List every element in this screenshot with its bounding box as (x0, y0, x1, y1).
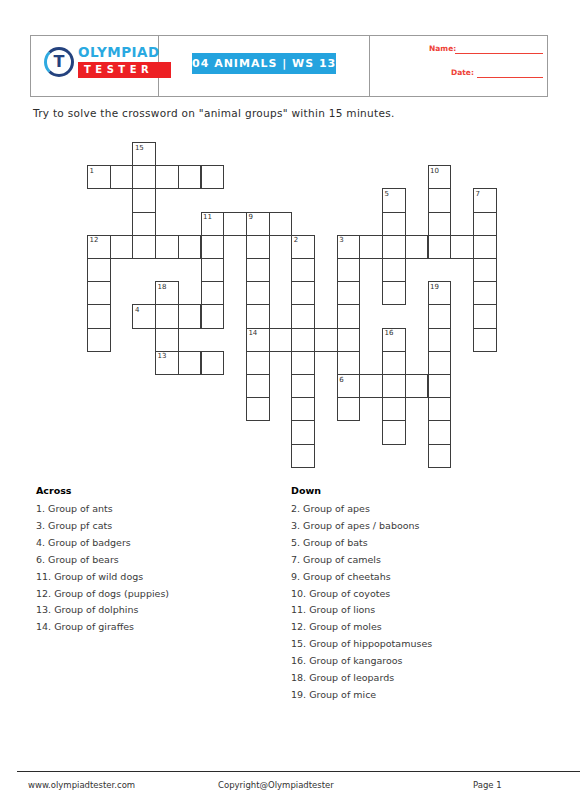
grid-cell[interactable]: 14 (246, 328, 270, 352)
cell-number: 19 (430, 283, 439, 291)
grid-cell[interactable] (337, 397, 361, 421)
logo-text-tester: TESTER (78, 62, 171, 78)
grid-cell[interactable] (428, 351, 452, 375)
footer-website: www.olympiadtester.com (28, 780, 135, 790)
grid-cell[interactable] (337, 281, 361, 305)
clue-across-4: 4. Group of badgers (36, 535, 169, 552)
grid-cell[interactable]: 12 (87, 235, 111, 259)
grid-cell[interactable] (405, 235, 429, 259)
grid-cell[interactable] (291, 304, 315, 328)
grid-cell[interactable] (201, 235, 225, 259)
grid-cell[interactable]: 18 (155, 281, 179, 305)
grid-cell[interactable] (359, 235, 383, 259)
footer-divider (17, 771, 580, 772)
clue-down-9: 9. Group of cheetahs (291, 569, 432, 586)
grid-cell[interactable] (246, 258, 270, 282)
cell-number: 10 (430, 167, 439, 175)
grid-cell[interactable] (473, 328, 497, 352)
grid-cell[interactable] (291, 258, 315, 282)
down-heading: Down (291, 485, 432, 496)
grid-cell[interactable] (155, 165, 179, 189)
grid-cell[interactable] (337, 258, 361, 282)
grid-cell[interactable]: 7 (473, 188, 497, 212)
grid-cell[interactable] (246, 304, 270, 328)
date-label: Date: (451, 68, 474, 77)
header: T OLYMPIAD TESTER 04 ANIMALS | WS 13 Nam… (30, 35, 548, 97)
grid-cell[interactable] (201, 165, 225, 189)
grid-cell[interactable] (132, 165, 156, 189)
grid-cell[interactable] (450, 235, 474, 259)
grid-cell[interactable]: 3 (337, 235, 361, 259)
footer-page-number: Page 1 (473, 780, 502, 790)
grid-cell[interactable]: 9 (246, 212, 270, 236)
grid-cell[interactable] (178, 351, 202, 375)
grid-cell[interactable] (87, 304, 111, 328)
grid-cell[interactable] (382, 420, 406, 444)
clue-across-6: 6. Group of bears (36, 552, 169, 569)
grid-cell[interactable] (337, 328, 361, 352)
grid-cell[interactable]: 2 (291, 235, 315, 259)
grid-cell[interactable] (201, 258, 225, 282)
instruction-text: Try to solve the crossword on "animal gr… (33, 107, 395, 119)
grid-cell[interactable] (405, 374, 429, 398)
grid-cell[interactable] (201, 281, 225, 305)
grid-cell[interactable] (201, 351, 225, 375)
grid-cell[interactable]: 10 (428, 165, 452, 189)
grid-cell[interactable] (291, 351, 315, 375)
grid-cell[interactable]: 15 (132, 142, 156, 166)
grid-cell[interactable] (87, 281, 111, 305)
clue-across-1: 1. Group of ants (36, 501, 169, 518)
cell-number: 12 (90, 236, 99, 244)
grid-cell[interactable] (428, 374, 452, 398)
grid-cell[interactable]: 4 (132, 304, 156, 328)
clue-down-7: 7. Group of camels (291, 552, 432, 569)
grid-cell[interactable] (155, 304, 179, 328)
grid-cell[interactable] (382, 258, 406, 282)
grid-cell[interactable] (87, 328, 111, 352)
down-clues: Down 2. Group of apes3. Group of apes / … (291, 485, 432, 704)
crossword-grid: 15110571191223181941416136 (87, 142, 497, 468)
grid-cell[interactable] (246, 397, 270, 421)
grid-cell[interactable] (337, 304, 361, 328)
logo-circle-t-icon: T (44, 47, 74, 77)
grid-cell[interactable]: 1 (87, 165, 111, 189)
clue-across-13: 13. Group of dolphins (36, 602, 169, 619)
grid-cell[interactable] (428, 212, 452, 236)
grid-cell[interactable] (382, 212, 406, 236)
cell-number: 6 (339, 376, 343, 384)
cell-number: 5 (385, 190, 389, 198)
grid-cell[interactable] (473, 304, 497, 328)
grid-cell[interactable] (473, 212, 497, 236)
clue-down-16: 16. Group of kangaroos (291, 653, 432, 670)
grid-cell[interactable] (178, 235, 202, 259)
date-blank-line (477, 77, 543, 78)
footer-copyright: Copyright@Olympiadtester (218, 780, 334, 790)
grid-cell[interactable] (428, 397, 452, 421)
grid-cell[interactable] (291, 420, 315, 444)
name-label: Name: (429, 44, 456, 53)
grid-cell[interactable] (382, 281, 406, 305)
clue-down-15: 15. Group of hippopotamuses (291, 636, 432, 653)
clue-down-3: 3. Group of apes / baboons (291, 518, 432, 535)
grid-cell[interactable] (201, 304, 225, 328)
grid-cell[interactable] (382, 374, 406, 398)
grid-cell[interactable] (314, 328, 338, 352)
grid-cell[interactable] (291, 444, 315, 468)
grid-cell[interactable] (246, 281, 270, 305)
grid-cell[interactable] (223, 212, 247, 236)
cell-number: 18 (158, 283, 167, 291)
cell-number: 13 (158, 352, 167, 360)
grid-cell[interactable]: 6 (337, 374, 361, 398)
clue-across-3: 3. Group pf cats (36, 518, 169, 535)
grid-cell[interactable] (269, 328, 293, 352)
cell-number: 7 (475, 190, 479, 198)
grid-cell[interactable] (155, 235, 179, 259)
grid-cell[interactable] (428, 304, 452, 328)
grid-cell[interactable] (155, 328, 179, 352)
grid-cell[interactable] (382, 397, 406, 421)
grid-cell[interactable]: 16 (382, 328, 406, 352)
grid-cell[interactable]: 13 (155, 351, 179, 375)
cell-number: 15 (135, 144, 144, 152)
logo-text-olympiad: OLYMPIAD (78, 44, 160, 60)
cell-number: 4 (135, 306, 139, 314)
grid-cell[interactable] (132, 235, 156, 259)
clue-across-14: 14. Group of giraffes (36, 619, 169, 636)
grid-cell[interactable] (178, 165, 202, 189)
grid-cell[interactable] (246, 235, 270, 259)
grid-cell[interactable] (291, 397, 315, 421)
worksheet-title-banner: 04 ANIMALS | WS 13 (192, 53, 336, 74)
header-divider (369, 36, 370, 96)
grid-cell[interactable]: 11 (201, 212, 225, 236)
grid-cell[interactable] (473, 235, 497, 259)
grid-cell[interactable] (428, 188, 452, 212)
grid-cell[interactable] (382, 235, 406, 259)
cell-number: 14 (248, 329, 257, 337)
grid-cell[interactable] (178, 304, 202, 328)
clue-across-11: 11. Group of wild dogs (36, 569, 169, 586)
worksheet-page: T OLYMPIAD TESTER 04 ANIMALS | WS 13 Nam… (0, 0, 580, 812)
grid-cell[interactable] (110, 165, 134, 189)
clue-across-12: 12. Group of dogs (puppies) (36, 586, 169, 603)
grid-cell[interactable] (246, 374, 270, 398)
grid-cell[interactable] (291, 281, 315, 305)
logo-t-letter: T (54, 54, 65, 70)
grid-cell[interactable] (428, 328, 452, 352)
grid-cell[interactable]: 5 (382, 188, 406, 212)
grid-cell[interactable] (87, 258, 111, 282)
clue-down-10: 10. Group of coyotes (291, 586, 432, 603)
cell-number: 1 (90, 167, 94, 175)
grid-cell[interactable] (428, 235, 452, 259)
across-heading: Across (36, 485, 169, 496)
grid-cell[interactable] (382, 351, 406, 375)
clue-down-12: 12. Group of moles (291, 619, 432, 636)
cell-number: 3 (339, 236, 343, 244)
cell-number: 11 (203, 213, 212, 221)
clue-down-5: 5. Group of bats (291, 535, 432, 552)
grid-cell[interactable] (291, 374, 315, 398)
grid-cell[interactable] (269, 212, 293, 236)
grid-cell[interactable] (110, 235, 134, 259)
grid-cell[interactable] (132, 212, 156, 236)
grid-cell[interactable]: 19 (428, 281, 452, 305)
across-clues: Across 1. Group of ants3. Group pf cats4… (36, 485, 169, 636)
name-blank-line (455, 53, 543, 54)
grid-cell[interactable] (291, 328, 315, 352)
grid-cell[interactable] (132, 188, 156, 212)
clue-down-19: 19. Group of mice (291, 687, 432, 704)
cell-number: 16 (385, 329, 394, 337)
grid-cell[interactable] (473, 281, 497, 305)
clue-down-18: 18. Group of leopards (291, 670, 432, 687)
cell-number: 9 (248, 213, 252, 221)
grid-cell[interactable] (359, 374, 383, 398)
grid-cell[interactable] (473, 258, 497, 282)
cell-number: 2 (294, 236, 298, 244)
clue-down-2: 2. Group of apes (291, 501, 432, 518)
grid-cell[interactable] (428, 420, 452, 444)
grid-cell[interactable] (246, 351, 270, 375)
grid-cell[interactable] (337, 351, 361, 375)
clue-down-11: 11. Group of lions (291, 602, 432, 619)
grid-cell[interactable] (428, 444, 452, 468)
